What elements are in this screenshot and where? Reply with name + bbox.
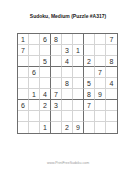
- sudoku-cell-r3c1[interactable]: [18, 56, 29, 67]
- sudoku-cell-r8c9[interactable]: [106, 111, 117, 122]
- sudoku-cell-r1c4: 8: [51, 34, 62, 45]
- sudoku-cell-r5c2[interactable]: [29, 78, 40, 89]
- sudoku-cell-r1c1: 1: [18, 34, 29, 45]
- sudoku-cell-r1c6[interactable]: [73, 34, 84, 45]
- sudoku-cell-r6c8: 9: [95, 89, 106, 100]
- sudoku-cell-r5c7: 5: [84, 78, 95, 89]
- sudoku-cell-r3c6[interactable]: [73, 56, 84, 67]
- sudoku-cell-r7c4: 3: [51, 100, 62, 111]
- sudoku-cell-r1c3: 6: [40, 34, 51, 45]
- sudoku-cell-r4c9[interactable]: [106, 67, 117, 78]
- sudoku-cell-r4c6[interactable]: [73, 67, 84, 78]
- sudoku-cell-r2c5: 3: [62, 45, 73, 56]
- sudoku-cell-r3c4[interactable]: [51, 56, 62, 67]
- sudoku-cell-r4c3[interactable]: [40, 67, 51, 78]
- sudoku-cell-r9c5: 2: [62, 122, 73, 133]
- sudoku-cell-r3c3: 5: [40, 56, 51, 67]
- sudoku-cell-r9c9[interactable]: [106, 122, 117, 133]
- sudoku-cell-r5c9: 4: [106, 78, 117, 89]
- sudoku-cell-r9c4[interactable]: [51, 122, 62, 133]
- sudoku-cell-r4c4[interactable]: [51, 67, 62, 78]
- sudoku-cell-r3c5: 4: [62, 56, 73, 67]
- sudoku-cell-r8c3[interactable]: [40, 111, 51, 122]
- puzzle-title: Sudoku, Medium (Puzzle #A317): [0, 13, 136, 19]
- sudoku-cell-r1c9: 7: [106, 34, 117, 45]
- sudoku-cell-r6c7: 8: [84, 89, 95, 100]
- sudoku-cell-r6c2: 1: [29, 89, 40, 100]
- footer-url: www.PrintFreeSudoku.com: [0, 161, 136, 166]
- sudoku-cell-r2c1: 7: [18, 45, 29, 56]
- sudoku-cell-r9c6: 9: [73, 122, 84, 133]
- sudoku-cell-r9c7[interactable]: [84, 122, 95, 133]
- sudoku-cell-r6c1[interactable]: [18, 89, 29, 100]
- sudoku-cell-r3c8[interactable]: [95, 56, 106, 67]
- sudoku-cell-r8c6[interactable]: [73, 111, 84, 122]
- sudoku-cell-r6c9[interactable]: [106, 89, 117, 100]
- sudoku-cell-r6c5[interactable]: [62, 89, 73, 100]
- sudoku-cell-r4c2: 6: [29, 67, 40, 78]
- sudoku-cell-r5c8[interactable]: [95, 78, 106, 89]
- sudoku-cell-r8c5[interactable]: [62, 111, 73, 122]
- sudoku-cell-r7c8[interactable]: [95, 100, 106, 111]
- sudoku-cell-r8c4[interactable]: [51, 111, 62, 122]
- sudoku-cell-r5c5: 8: [62, 78, 73, 89]
- sudoku-cell-r5c6[interactable]: [73, 78, 84, 89]
- sudoku-cell-r7c3: 2: [40, 100, 51, 111]
- sudoku-cell-r2c2[interactable]: [29, 45, 40, 56]
- sudoku-cell-r7c2[interactable]: [29, 100, 40, 111]
- sudoku-page: Sudoku, Medium (Puzzle #A317) 1687731542…: [0, 0, 136, 176]
- sudoku-cell-r4c5[interactable]: [62, 67, 73, 78]
- sudoku-cell-r8c7[interactable]: [84, 111, 95, 122]
- sudoku-cell-r8c8[interactable]: [95, 111, 106, 122]
- sudoku-cell-r4c1[interactable]: [18, 67, 29, 78]
- sudoku-cell-r5c4[interactable]: [51, 78, 62, 89]
- sudoku-cell-r6c3: 4: [40, 89, 51, 100]
- sudoku-cell-r9c1[interactable]: [18, 122, 29, 133]
- sudoku-cell-r1c8[interactable]: [95, 34, 106, 45]
- sudoku-cell-r9c3: 1: [40, 122, 51, 133]
- sudoku-cell-r4c8: 7: [95, 67, 106, 78]
- sudoku-cell-r7c5[interactable]: [62, 100, 73, 111]
- sudoku-cell-r3c2[interactable]: [29, 56, 40, 67]
- sudoku-cell-r6c4: 7: [51, 89, 62, 100]
- sudoku-cell-r1c7[interactable]: [84, 34, 95, 45]
- sudoku-cell-r2c4[interactable]: [51, 45, 62, 56]
- sudoku-cell-r3c9: 8: [106, 56, 117, 67]
- sudoku-cell-r6c6[interactable]: [73, 89, 84, 100]
- sudoku-cell-r2c9[interactable]: [106, 45, 117, 56]
- sudoku-cell-r2c6: 1: [73, 45, 84, 56]
- sudoku-cell-r2c3[interactable]: [40, 45, 51, 56]
- sudoku-cell-r7c6[interactable]: [73, 100, 84, 111]
- sudoku-cell-r8c1[interactable]: [18, 111, 29, 122]
- sudoku-cell-r1c5[interactable]: [62, 34, 73, 45]
- sudoku-cell-r9c8[interactable]: [95, 122, 106, 133]
- sudoku-cell-r9c2[interactable]: [29, 122, 40, 133]
- sudoku-cell-r7c7: 7: [84, 100, 95, 111]
- sudoku-cell-r8c2[interactable]: [29, 111, 40, 122]
- sudoku-grid: 1687731542867854147896237129: [17, 33, 118, 134]
- sudoku-cell-r2c8[interactable]: [95, 45, 106, 56]
- sudoku-cell-r1c2[interactable]: [29, 34, 40, 45]
- sudoku-cell-r2c7[interactable]: [84, 45, 95, 56]
- sudoku-cell-r3c7: 2: [84, 56, 95, 67]
- sudoku-cell-r4c7[interactable]: [84, 67, 95, 78]
- sudoku-cell-r7c1: 6: [18, 100, 29, 111]
- sudoku-cell-r5c3[interactable]: [40, 78, 51, 89]
- sudoku-cell-r5c1[interactable]: [18, 78, 29, 89]
- sudoku-cell-r7c9[interactable]: [106, 100, 117, 111]
